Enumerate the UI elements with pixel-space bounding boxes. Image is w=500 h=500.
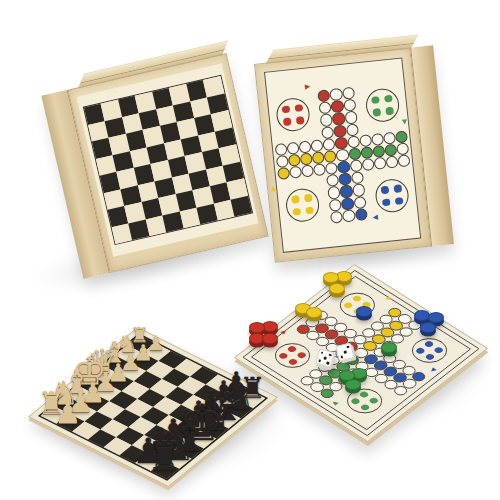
ludo-cell [322, 138, 335, 151]
ludo-cell [372, 145, 385, 158]
ludo-cell [287, 154, 300, 167]
ludo-cell [373, 157, 386, 170]
ludo-cell [359, 134, 372, 147]
ludo-cell [351, 171, 364, 184]
ludo-box-face: ▲▲▲▲ [254, 48, 431, 263]
ludo-arrow: ▲ [371, 215, 378, 221]
ludo-cell [333, 124, 346, 137]
ludo-home-dot [304, 194, 312, 202]
ludo-home-circle [275, 97, 311, 133]
ludo-cell [332, 112, 345, 125]
ludo-cell [342, 87, 355, 100]
checkers-print-sheet [76, 63, 258, 256]
ludo-box: ▲▲▲▲ [254, 45, 454, 263]
ludo-cell [354, 208, 367, 221]
ludo-cell [300, 152, 313, 165]
checkerboard-grid [82, 75, 252, 245]
ludo-home-dot [296, 117, 304, 125]
ludo-cell [324, 150, 337, 163]
ludo-cell [352, 184, 365, 197]
ludo-cell [396, 142, 409, 155]
ludo-cell [317, 89, 330, 102]
ludo-cell [325, 162, 338, 175]
ludo-cell [343, 99, 356, 112]
ludo-cell [286, 141, 299, 154]
ludo-cell [348, 147, 361, 160]
ludo-cell [395, 130, 408, 143]
ludo-cell [335, 136, 348, 149]
ludo-arrow: ▲ [304, 84, 311, 90]
ludo-home-circle [374, 177, 410, 213]
ludo-cell [371, 133, 384, 146]
ludo-cell [384, 143, 397, 156]
ludo-cell [313, 163, 326, 176]
ludo-cell [340, 185, 353, 198]
ludo-home-circle [284, 187, 320, 223]
product-photo-scene: ▲▲▲▲ ▲▲▲▲ ♜♞♝♛♚♝♞♜♟♟♟♟♟♟♟♟♟♟♟♟♟♟♟♟♜♞♝♛♚♝… [0, 0, 500, 500]
ludo-cell [289, 166, 302, 179]
ludo-token-red [249, 322, 265, 333]
ludo-cell [338, 173, 351, 186]
ludo-print-sheet: ▲▲▲▲ [264, 57, 421, 253]
checker-cell [230, 195, 251, 216]
ludo-cell [312, 151, 325, 164]
ludo-cell [386, 156, 399, 169]
ludo-cell [336, 149, 349, 162]
ludo-arrow: ▲ [401, 118, 407, 125]
ludo-cell [342, 209, 355, 222]
ludo-home-dot [394, 184, 402, 192]
ludo-cell [274, 143, 287, 156]
ludo-cell [277, 167, 290, 180]
ludo-cell [301, 164, 314, 177]
ludo-home-circle [365, 88, 401, 124]
ludo-cell [321, 126, 334, 139]
ludo-cell [345, 123, 358, 136]
ludo-cell [298, 140, 311, 153]
ludo-cell [320, 113, 333, 126]
ludo-cell [275, 155, 288, 168]
ludo-cell [337, 161, 350, 174]
ludo-box-board: ▲▲▲▲ [269, 82, 416, 229]
ludo-cell [353, 196, 366, 209]
ludo-cell [360, 146, 373, 159]
ludo-home-dot [381, 186, 389, 194]
ludo-cell [330, 210, 343, 223]
ludo-cell [319, 101, 332, 114]
ludo-cell [326, 174, 339, 187]
ludo-box-body: ▲▲▲▲ [254, 45, 454, 263]
ludo-arrow: ▲ [271, 185, 277, 192]
ludo-cell [310, 139, 323, 152]
ludo-cell [398, 154, 411, 167]
ludo-cell [329, 88, 342, 101]
ludo-arrow: ▲ [280, 328, 289, 334]
ludo-cell [349, 159, 362, 172]
ludo-cell [383, 131, 396, 144]
ludo-cell [331, 100, 344, 113]
ludo-cell [361, 158, 374, 171]
ludo-cell [344, 111, 357, 124]
ludo-cell [341, 197, 354, 210]
ludo-cell [329, 198, 342, 211]
ludo-cell [347, 135, 360, 148]
ludo-home-dot [291, 195, 299, 203]
ludo-cell [328, 186, 341, 199]
